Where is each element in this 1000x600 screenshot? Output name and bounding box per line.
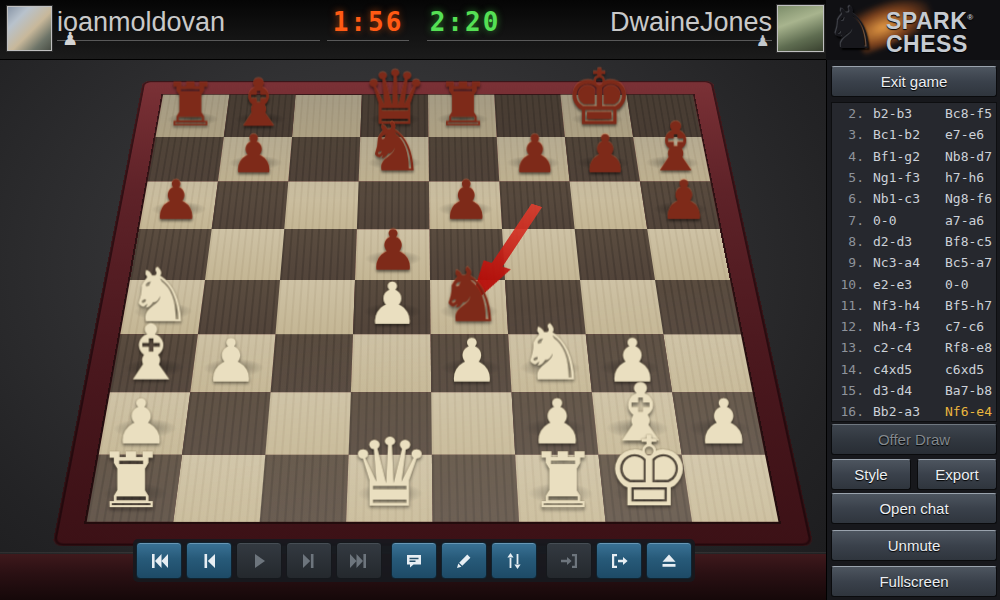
- join-button[interactable]: [546, 542, 592, 579]
- white-move[interactable]: Nc3-a4: [873, 255, 933, 270]
- white-move[interactable]: Ng1-f3: [873, 170, 933, 185]
- black-move[interactable]: Nb8-d7: [945, 149, 992, 164]
- square-e3[interactable]: ♟: [431, 334, 512, 392]
- skip-end-icon: [349, 551, 369, 571]
- square-f3[interactable]: ♞: [508, 334, 592, 392]
- black-pawn-icon: ♟: [756, 32, 769, 50]
- square-b7[interactable]: ♟: [218, 137, 292, 182]
- white-clock: 1:56: [327, 2, 409, 41]
- square-c2[interactable]: [265, 392, 351, 454]
- skip-start-icon: [149, 551, 169, 571]
- square-h1[interactable]: [682, 455, 779, 522]
- move-number: 2.: [832, 106, 864, 121]
- leave-button[interactable]: [596, 542, 642, 579]
- chat-icon: [404, 551, 424, 571]
- chat-button[interactable]: [391, 542, 437, 579]
- white-move[interactable]: c2-c4: [873, 340, 933, 355]
- black-knight-d7[interactable]: ♞: [364, 113, 424, 180]
- move-number: 16.: [832, 404, 864, 419]
- pencil-icon: [454, 551, 474, 571]
- move-number: 3.: [832, 127, 864, 142]
- toolbar-group-1: [136, 542, 382, 579]
- right-player-avatar[interactable]: [777, 5, 824, 52]
- black-pawn-b7[interactable]: ♟: [230, 128, 277, 180]
- sign-in-icon: [559, 551, 579, 571]
- square-h5[interactable]: [647, 229, 730, 280]
- step-forward-button[interactable]: [286, 542, 332, 579]
- square-g7[interactable]: ♟: [565, 137, 640, 182]
- sidebar: Exit game 2.b2-b3Bc8-f53.Bc1-b2e7-e64.Bf…: [826, 60, 1000, 600]
- white-king-g1[interactable]: ♚: [605, 423, 692, 520]
- black-move[interactable]: c6xd5: [945, 362, 984, 377]
- move-number: 7.: [832, 213, 864, 228]
- move-number: 11.: [832, 298, 864, 313]
- game-area: ♜♝♛♜♚♟♞♟♟♝♟♟♟♟♞♟♞♝♟♟♞♟♟♟♝♟♜♛♜♚: [0, 60, 826, 600]
- white-bishop-a3[interactable]: ♝: [116, 314, 185, 391]
- black-move[interactable]: h7-h6: [945, 170, 984, 185]
- square-f5[interactable]: [502, 229, 580, 280]
- white-rook-a1[interactable]: ♜: [96, 444, 164, 520]
- export-button[interactable]: Export: [917, 459, 997, 490]
- white-rook-f1[interactable]: ♜: [528, 444, 596, 520]
- move-row[interactable]: 13.c2-c4Rf8-e8: [832, 337, 996, 358]
- black-move[interactable]: Ng8-f6: [945, 191, 992, 206]
- playback-toolbar: [133, 539, 695, 582]
- square-d1[interactable]: ♛: [346, 455, 432, 522]
- white-move[interactable]: Bf1-g2: [873, 149, 933, 164]
- white-move[interactable]: b2-b3: [873, 106, 933, 121]
- move-row[interactable]: 9.Nc3-a4Bc5-a7: [832, 252, 996, 273]
- board-scene: ♜♝♛♜♚♟♞♟♟♝♟♟♟♟♞♟♞♝♟♟♞♟♟♟♝♟♜♛♜♚: [0, 60, 826, 600]
- knight-flame-icon: ♞: [826, 0, 878, 60]
- white-move[interactable]: Nh4-f3: [873, 319, 933, 334]
- square-e8[interactable]: ♜: [428, 95, 497, 137]
- white-knight-f3[interactable]: ♞: [517, 314, 586, 391]
- square-b3[interactable]: ♟: [190, 334, 275, 392]
- annotate-button[interactable]: [441, 542, 487, 579]
- black-move[interactable]: Nf6-e4: [945, 404, 992, 419]
- flip-board-button[interactable]: [491, 542, 537, 579]
- board-grid: ♜♝♛♜♚♟♞♟♟♝♟♟♟♟♞♟♞♝♟♟♞♟♟♟♝♟♜♛♜♚: [87, 95, 779, 522]
- square-h4[interactable]: [655, 280, 741, 334]
- move-row[interactable]: 2.b2-b3Bc8-f5: [832, 103, 996, 124]
- move-row[interactable]: 11.Nf3-h4Bf5-h7: [832, 295, 996, 316]
- move-row[interactable]: 3.Bc1-b2e7-e6: [832, 124, 996, 145]
- unmute-button[interactable]: Unmute: [831, 530, 997, 561]
- eject-icon: [659, 551, 679, 571]
- right-player-name: DwaineJones: [502, 2, 772, 41]
- square-g1[interactable]: ♚: [598, 455, 692, 522]
- black-knight-e4[interactable]: ♞: [436, 258, 503, 332]
- open-chat-button[interactable]: Open chat: [831, 493, 997, 524]
- move-number: 5.: [832, 170, 864, 185]
- move-row[interactable]: 5.Ng1-f3h7-h6: [832, 167, 996, 188]
- square-a8[interactable]: ♜: [156, 95, 230, 137]
- square-e1[interactable]: [432, 455, 519, 522]
- black-move[interactable]: 0-0: [945, 277, 968, 292]
- square-c7[interactable]: [288, 137, 360, 182]
- square-e6[interactable]: ♟: [429, 182, 502, 230]
- eject-button[interactable]: [646, 542, 692, 579]
- exit-game-button[interactable]: Exit game: [831, 66, 997, 97]
- square-a1[interactable]: ♜: [87, 455, 182, 522]
- toolbar-group-3: [546, 542, 692, 579]
- step-back-button[interactable]: [186, 542, 232, 579]
- square-g6[interactable]: [570, 182, 648, 230]
- white-pawn-icon: ♟: [62, 28, 78, 49]
- skip-to-end-button[interactable]: [336, 542, 382, 579]
- logo-text: SPARK® CHESS: [886, 6, 974, 56]
- play-icon: [249, 551, 269, 571]
- move-number: 9.: [832, 255, 864, 270]
- square-h6[interactable]: ♟: [640, 182, 720, 230]
- board-frame: ♜♝♛♜♚♟♞♟♟♝♟♟♟♟♞♟♞♝♟♟♞♟♟♟♝♟♜♛♜♚: [52, 81, 814, 547]
- white-move[interactable]: Bc1-b2: [873, 127, 933, 142]
- white-move[interactable]: d3-d4: [873, 383, 933, 398]
- black-move[interactable]: Bf8-c5: [945, 234, 992, 249]
- step-forward-icon: [299, 551, 319, 571]
- black-move[interactable]: Ba7-b8: [945, 383, 992, 398]
- move-row[interactable]: 14.c4xd5c6xd5: [832, 359, 996, 380]
- square-f7[interactable]: ♟: [497, 137, 570, 182]
- registered-mark: ®: [967, 13, 973, 22]
- square-b2[interactable]: [182, 392, 271, 454]
- white-move[interactable]: Nb1-c3: [873, 191, 933, 206]
- white-move[interactable]: c4xd5: [873, 362, 933, 377]
- square-c5[interactable]: [280, 229, 357, 280]
- square-f6[interactable]: [499, 182, 574, 230]
- square-a3[interactable]: ♝: [110, 334, 198, 392]
- black-move[interactable]: Bf5-h7: [945, 298, 992, 313]
- move-row[interactable]: 8.d2-d3Bf8-c5: [832, 231, 996, 252]
- black-move[interactable]: c7-c6: [945, 319, 984, 334]
- square-d3[interactable]: [351, 334, 431, 392]
- black-move[interactable]: e7-e6: [945, 127, 984, 142]
- black-move[interactable]: Rf8-e8: [945, 340, 992, 355]
- move-number: 6.: [832, 191, 864, 206]
- black-pawn-g7[interactable]: ♟: [581, 128, 628, 180]
- move-row[interactable]: 15.d3-d4Ba7-b8: [832, 380, 996, 401]
- logo-word2: CHESS: [886, 33, 974, 56]
- move-row[interactable]: 4.Bf1-g2Nb8-d7: [832, 146, 996, 167]
- move-number: 10.: [832, 277, 864, 292]
- black-pawn-a6[interactable]: ♟: [151, 174, 200, 228]
- move-row[interactable]: 6.Nb1-c3Ng8-f6: [832, 188, 996, 209]
- square-c4[interactable]: [275, 280, 355, 334]
- skip-to-start-button[interactable]: [136, 542, 182, 579]
- offer-draw-button[interactable]: Offer Draw: [831, 424, 997, 455]
- move-row[interactable]: 10.e2-e30-0: [832, 273, 996, 294]
- square-g5[interactable]: [575, 229, 655, 280]
- black-pawn-f7[interactable]: ♟: [511, 128, 558, 180]
- move-number: 15.: [832, 383, 864, 398]
- move-number: 12.: [832, 319, 864, 334]
- square-b5[interactable]: [205, 229, 284, 280]
- left-player-name: ioanmoldovan: [57, 2, 320, 41]
- white-move[interactable]: Bb2-a3: [873, 404, 933, 419]
- move-number: 14.: [832, 362, 864, 377]
- left-player-avatar[interactable]: [7, 6, 52, 51]
- sign-out-icon: [609, 551, 629, 571]
- black-pawn-e6[interactable]: ♟: [441, 174, 490, 228]
- black-move[interactable]: Bc5-a7: [945, 255, 992, 270]
- black-move[interactable]: Bc8-f5: [945, 106, 992, 121]
- black-move[interactable]: a7-a6: [945, 213, 984, 228]
- move-number: 13.: [832, 340, 864, 355]
- square-c3[interactable]: [271, 334, 353, 392]
- white-move[interactable]: e2-e3: [873, 277, 933, 292]
- white-move[interactable]: Nf3-h4: [873, 298, 933, 313]
- move-list[interactable]: 2.b2-b3Bc8-f53.Bc1-b2e7-e64.Bf1-g2Nb8-d7…: [831, 102, 997, 422]
- square-a6[interactable]: ♟: [139, 182, 218, 230]
- square-d4[interactable]: ♟: [353, 280, 431, 334]
- white-pawn-d4[interactable]: ♟: [366, 275, 418, 333]
- style-button[interactable]: Style: [831, 459, 911, 490]
- white-pawn-e3[interactable]: ♟: [444, 331, 498, 391]
- flip-arrows-icon: [504, 551, 524, 571]
- logo-word1: SPARK: [886, 8, 967, 34]
- square-f1[interactable]: ♜: [515, 455, 605, 522]
- toolbar-group-2: [391, 542, 537, 579]
- sparkchess-logo: ♞ SPARK® CHESS: [826, 0, 1000, 60]
- white-move[interactable]: d2-d3: [873, 234, 933, 249]
- white-pawn-b3[interactable]: ♟: [204, 331, 258, 391]
- square-c8[interactable]: [292, 95, 362, 137]
- black-pawn-h6[interactable]: ♟: [659, 174, 708, 228]
- white-queen-d1[interactable]: ♛: [347, 426, 432, 520]
- square-b6[interactable]: [212, 182, 289, 230]
- white-move[interactable]: 0-0: [873, 213, 933, 228]
- black-clock: 2:20: [427, 2, 503, 41]
- square-d7[interactable]: ♞: [359, 137, 429, 182]
- move-row[interactable]: 16.Bb2-a3Nf6-e4: [832, 401, 996, 422]
- top-bar: ioanmoldovan ♟ 1:56 2:20 DwaineJones ♟ ♞…: [0, 0, 1000, 60]
- square-b1[interactable]: [173, 455, 265, 522]
- play-button[interactable]: [236, 542, 282, 579]
- move-number: 8.: [832, 234, 864, 249]
- black-rook-e8[interactable]: ♜: [436, 76, 490, 136]
- square-c1[interactable]: [260, 455, 349, 522]
- square-e2[interactable]: [431, 392, 515, 454]
- white-pawn-h2[interactable]: ♟: [695, 391, 751, 453]
- square-c6[interactable]: [284, 182, 358, 230]
- move-number: 4.: [832, 149, 864, 164]
- black-rook-a8[interactable]: ♜: [163, 76, 217, 136]
- move-row[interactable]: 12.Nh4-f3c7-c6: [832, 316, 996, 337]
- step-back-icon: [199, 551, 219, 571]
- fullscreen-button[interactable]: Fullscreen: [831, 566, 997, 597]
- move-row[interactable]: 7.0-0a7-a6: [832, 209, 996, 230]
- square-h3[interactable]: [663, 334, 752, 392]
